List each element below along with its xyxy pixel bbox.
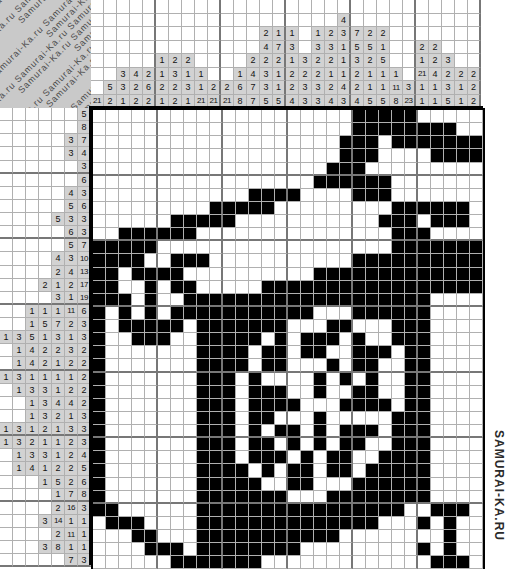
board-cell-filled[interactable] bbox=[392, 241, 405, 254]
board-cell-filled[interactable] bbox=[223, 412, 236, 425]
board-cell-filled[interactable] bbox=[262, 451, 275, 464]
board-cell-filled[interactable] bbox=[366, 268, 379, 281]
board-cell-filled[interactable] bbox=[457, 504, 470, 517]
board-cell-filled[interactable] bbox=[405, 386, 418, 399]
board-cell-empty[interactable] bbox=[210, 123, 223, 136]
board-cell-filled[interactable] bbox=[210, 386, 223, 399]
board-cell-empty[interactable] bbox=[223, 281, 236, 294]
board-cell-filled[interactable] bbox=[275, 504, 288, 517]
board-cell-filled[interactable] bbox=[171, 320, 184, 333]
board-cell-empty[interactable] bbox=[340, 202, 353, 215]
board-cell-empty[interactable] bbox=[405, 543, 418, 556]
board-cell-filled[interactable] bbox=[327, 294, 340, 307]
board-cell-empty[interactable] bbox=[171, 176, 184, 189]
board-cell-empty[interactable] bbox=[457, 530, 470, 543]
board-cell-filled[interactable] bbox=[93, 412, 106, 425]
board-cell-filled[interactable] bbox=[301, 294, 314, 307]
board-cell-empty[interactable] bbox=[366, 320, 379, 333]
board-cell-empty[interactable] bbox=[301, 268, 314, 281]
board-cell-filled[interactable] bbox=[171, 254, 184, 267]
board-cell-empty[interactable] bbox=[262, 136, 275, 149]
board-cell-empty[interactable] bbox=[106, 478, 119, 491]
board-cell-empty[interactable] bbox=[223, 189, 236, 202]
board-cell-empty[interactable] bbox=[171, 373, 184, 386]
board-cell-empty[interactable] bbox=[106, 333, 119, 346]
board-cell-filled[interactable] bbox=[197, 333, 210, 346]
board-cell-empty[interactable] bbox=[236, 241, 249, 254]
board-cell-empty[interactable] bbox=[106, 530, 119, 543]
board-cell-empty[interactable] bbox=[327, 307, 340, 320]
board-cell-filled[interactable] bbox=[275, 320, 288, 333]
board-cell-empty[interactable] bbox=[197, 110, 210, 123]
board-cell-empty[interactable] bbox=[340, 412, 353, 425]
board-cell-filled[interactable] bbox=[93, 268, 106, 281]
board-cell-filled[interactable] bbox=[223, 307, 236, 320]
board-cell-empty[interactable] bbox=[301, 163, 314, 176]
board-cell-empty[interactable] bbox=[431, 425, 444, 438]
board-cell-empty[interactable] bbox=[327, 228, 340, 241]
board-cell-empty[interactable] bbox=[119, 110, 132, 123]
board-cell-filled[interactable] bbox=[210, 215, 223, 228]
board-cell-filled[interactable] bbox=[366, 386, 379, 399]
board-cell-empty[interactable] bbox=[93, 556, 106, 569]
board-cell-empty[interactable] bbox=[444, 478, 457, 491]
board-cell-empty[interactable] bbox=[158, 399, 171, 412]
board-cell-empty[interactable] bbox=[197, 136, 210, 149]
board-cell-empty[interactable] bbox=[457, 333, 470, 346]
board-cell-filled[interactable] bbox=[210, 530, 223, 543]
board-cell-empty[interactable] bbox=[119, 543, 132, 556]
board-cell-filled[interactable] bbox=[236, 333, 249, 346]
board-cell-empty[interactable] bbox=[275, 176, 288, 189]
board-cell-filled[interactable] bbox=[132, 530, 145, 543]
board-cell-empty[interactable] bbox=[301, 202, 314, 215]
board-cell-empty[interactable] bbox=[327, 438, 340, 451]
board-cell-filled[interactable] bbox=[249, 189, 262, 202]
board-cell-filled[interactable] bbox=[249, 294, 262, 307]
board-cell-filled[interactable] bbox=[93, 373, 106, 386]
board-cell-filled[interactable] bbox=[353, 189, 366, 202]
board-cell-empty[interactable] bbox=[340, 307, 353, 320]
board-cell-empty[interactable] bbox=[132, 359, 145, 372]
board-cell-filled[interactable] bbox=[93, 399, 106, 412]
board-cell-empty[interactable] bbox=[457, 228, 470, 241]
board-cell-empty[interactable] bbox=[158, 478, 171, 491]
board-cell-filled[interactable] bbox=[171, 228, 184, 241]
board-cell-filled[interactable] bbox=[119, 320, 132, 333]
board-cell-empty[interactable] bbox=[275, 268, 288, 281]
board-cell-filled[interactable] bbox=[418, 478, 431, 491]
board-cell-filled[interactable] bbox=[197, 438, 210, 451]
board-cell-filled[interactable] bbox=[210, 307, 223, 320]
board-cell-empty[interactable] bbox=[236, 189, 249, 202]
board-cell-empty[interactable] bbox=[184, 478, 197, 491]
board-cell-empty[interactable] bbox=[223, 268, 236, 281]
board-cell-empty[interactable] bbox=[145, 373, 158, 386]
board-cell-filled[interactable] bbox=[340, 176, 353, 189]
board-cell-empty[interactable] bbox=[405, 163, 418, 176]
board-cell-filled[interactable] bbox=[249, 543, 262, 556]
board-cell-empty[interactable] bbox=[470, 294, 483, 307]
board-cell-filled[interactable] bbox=[327, 268, 340, 281]
board-cell-filled[interactable] bbox=[301, 504, 314, 517]
board-cell-filled[interactable] bbox=[314, 386, 327, 399]
board-cell-empty[interactable] bbox=[184, 110, 197, 123]
board-cell-empty[interactable] bbox=[288, 373, 301, 386]
board-cell-empty[interactable] bbox=[197, 163, 210, 176]
board-cell-filled[interactable] bbox=[249, 478, 262, 491]
board-cell-empty[interactable] bbox=[405, 504, 418, 517]
board-cell-empty[interactable] bbox=[106, 228, 119, 241]
board-cell-empty[interactable] bbox=[236, 215, 249, 228]
board-cell-empty[interactable] bbox=[93, 110, 106, 123]
board-cell-empty[interactable] bbox=[158, 451, 171, 464]
board-cell-empty[interactable] bbox=[171, 136, 184, 149]
board-cell-filled[interactable] bbox=[262, 438, 275, 451]
board-cell-empty[interactable] bbox=[184, 333, 197, 346]
board-cell-empty[interactable] bbox=[366, 543, 379, 556]
board-cell-empty[interactable] bbox=[288, 412, 301, 425]
board-cell-empty[interactable] bbox=[353, 412, 366, 425]
board-cell-empty[interactable] bbox=[314, 491, 327, 504]
board-cell-empty[interactable] bbox=[93, 543, 106, 556]
board-cell-filled[interactable] bbox=[197, 399, 210, 412]
board-cell-filled[interactable] bbox=[418, 123, 431, 136]
board-cell-filled[interactable] bbox=[262, 399, 275, 412]
board-cell-filled[interactable] bbox=[275, 451, 288, 464]
board-cell-filled[interactable] bbox=[405, 451, 418, 464]
board-cell-empty[interactable] bbox=[470, 386, 483, 399]
board-cell-filled[interactable] bbox=[405, 123, 418, 136]
board-cell-filled[interactable] bbox=[210, 504, 223, 517]
board-cell-empty[interactable] bbox=[184, 464, 197, 477]
board-cell-filled[interactable] bbox=[366, 464, 379, 477]
board-cell-empty[interactable] bbox=[288, 346, 301, 359]
board-cell-empty[interactable] bbox=[470, 373, 483, 386]
board-cell-empty[interactable] bbox=[314, 399, 327, 412]
board-cell-filled[interactable] bbox=[392, 333, 405, 346]
board-cell-filled[interactable] bbox=[392, 438, 405, 451]
board-cell-empty[interactable] bbox=[327, 189, 340, 202]
board-cell-empty[interactable] bbox=[366, 202, 379, 215]
board-cell-filled[interactable] bbox=[340, 517, 353, 530]
board-cell-filled[interactable] bbox=[418, 136, 431, 149]
board-cell-filled[interactable] bbox=[340, 464, 353, 477]
board-cell-empty[interactable] bbox=[223, 136, 236, 149]
board-cell-filled[interactable] bbox=[457, 281, 470, 294]
board-cell-empty[interactable] bbox=[340, 556, 353, 569]
board-cell-filled[interactable] bbox=[366, 254, 379, 267]
board-cell-filled[interactable] bbox=[418, 373, 431, 386]
board-cell-empty[interactable] bbox=[262, 425, 275, 438]
board-cell-filled[interactable] bbox=[197, 504, 210, 517]
board-cell-empty[interactable] bbox=[210, 281, 223, 294]
board-cell-empty[interactable] bbox=[262, 176, 275, 189]
board-cell-empty[interactable] bbox=[288, 123, 301, 136]
board-cell-filled[interactable] bbox=[249, 556, 262, 569]
board-cell-filled[interactable] bbox=[262, 281, 275, 294]
board-cell-empty[interactable] bbox=[444, 386, 457, 399]
board-cell-filled[interactable] bbox=[353, 136, 366, 149]
board-cell-empty[interactable] bbox=[275, 163, 288, 176]
board-cell-filled[interactable] bbox=[353, 425, 366, 438]
board-cell-filled[interactable] bbox=[93, 320, 106, 333]
board-cell-empty[interactable] bbox=[236, 110, 249, 123]
board-cell-filled[interactable] bbox=[405, 373, 418, 386]
board-cell-filled[interactable] bbox=[444, 268, 457, 281]
board-cell-empty[interactable] bbox=[171, 451, 184, 464]
board-cell-filled[interactable] bbox=[405, 215, 418, 228]
board-cell-filled[interactable] bbox=[392, 136, 405, 149]
board-cell-empty[interactable] bbox=[145, 412, 158, 425]
board-cell-empty[interactable] bbox=[119, 412, 132, 425]
board-cell-empty[interactable] bbox=[288, 215, 301, 228]
board-cell-filled[interactable] bbox=[236, 359, 249, 372]
board-cell-empty[interactable] bbox=[288, 386, 301, 399]
board-cell-filled[interactable] bbox=[444, 517, 457, 530]
board-cell-filled[interactable] bbox=[223, 425, 236, 438]
board-cell-empty[interactable] bbox=[314, 478, 327, 491]
board-cell-empty[interactable] bbox=[197, 176, 210, 189]
board-cell-filled[interactable] bbox=[405, 478, 418, 491]
board-cell-filled[interactable] bbox=[210, 399, 223, 412]
board-cell-empty[interactable] bbox=[119, 530, 132, 543]
board-cell-empty[interactable] bbox=[106, 425, 119, 438]
board-cell-filled[interactable] bbox=[340, 149, 353, 162]
board-cell-empty[interactable] bbox=[379, 333, 392, 346]
board-cell-empty[interactable] bbox=[236, 136, 249, 149]
board-cell-empty[interactable] bbox=[379, 373, 392, 386]
board-cell-filled[interactable] bbox=[236, 543, 249, 556]
board-cell-filled[interactable] bbox=[197, 346, 210, 359]
board-cell-empty[interactable] bbox=[93, 149, 106, 162]
board-cell-filled[interactable] bbox=[119, 254, 132, 267]
board-cell-empty[interactable] bbox=[457, 307, 470, 320]
board-cell-filled[interactable] bbox=[197, 294, 210, 307]
board-cell-empty[interactable] bbox=[210, 268, 223, 281]
board-cell-empty[interactable] bbox=[366, 530, 379, 543]
board-cell-filled[interactable] bbox=[197, 307, 210, 320]
board-cell-filled[interactable] bbox=[275, 543, 288, 556]
board-cell-filled[interactable] bbox=[184, 281, 197, 294]
board-cell-filled[interactable] bbox=[444, 241, 457, 254]
board-cell-filled[interactable] bbox=[314, 281, 327, 294]
board-cell-filled[interactable] bbox=[353, 123, 366, 136]
board-cell-filled[interactable] bbox=[418, 241, 431, 254]
board-cell-empty[interactable] bbox=[158, 530, 171, 543]
board-cell-empty[interactable] bbox=[470, 333, 483, 346]
board-cell-filled[interactable] bbox=[288, 478, 301, 491]
board-cell-empty[interactable] bbox=[470, 464, 483, 477]
board-cell-empty[interactable] bbox=[145, 176, 158, 189]
board-cell-empty[interactable] bbox=[184, 491, 197, 504]
board-cell-empty[interactable] bbox=[236, 412, 249, 425]
board-cell-filled[interactable] bbox=[236, 517, 249, 530]
board-cell-filled[interactable] bbox=[288, 399, 301, 412]
board-cell-filled[interactable] bbox=[327, 333, 340, 346]
board-cell-filled[interactable] bbox=[340, 136, 353, 149]
board-cell-empty[interactable] bbox=[236, 451, 249, 464]
board-cell-empty[interactable] bbox=[223, 241, 236, 254]
board-cell-empty[interactable] bbox=[132, 438, 145, 451]
board-cell-filled[interactable] bbox=[444, 556, 457, 569]
board-cell-empty[interactable] bbox=[119, 386, 132, 399]
board-cell-filled[interactable] bbox=[249, 491, 262, 504]
board-cell-filled[interactable] bbox=[106, 504, 119, 517]
board-cell-filled[interactable] bbox=[197, 517, 210, 530]
board-cell-empty[interactable] bbox=[236, 176, 249, 189]
board-cell-filled[interactable] bbox=[418, 228, 431, 241]
board-cell-empty[interactable] bbox=[132, 149, 145, 162]
board-cell-empty[interactable] bbox=[418, 176, 431, 189]
board-cell-empty[interactable] bbox=[106, 359, 119, 372]
board-cell-empty[interactable] bbox=[470, 543, 483, 556]
board-cell-filled[interactable] bbox=[392, 254, 405, 267]
board-cell-filled[interactable] bbox=[262, 543, 275, 556]
board-cell-empty[interactable] bbox=[418, 149, 431, 162]
board-cell-filled[interactable] bbox=[223, 504, 236, 517]
board-cell-empty[interactable] bbox=[444, 346, 457, 359]
board-cell-filled[interactable] bbox=[132, 333, 145, 346]
board-cell-filled[interactable] bbox=[184, 254, 197, 267]
board-cell-empty[interactable] bbox=[184, 412, 197, 425]
board-cell-empty[interactable] bbox=[444, 412, 457, 425]
board-cell-filled[interactable] bbox=[340, 320, 353, 333]
board-cell-empty[interactable] bbox=[249, 346, 262, 359]
board-cell-filled[interactable] bbox=[223, 438, 236, 451]
board-cell-empty[interactable] bbox=[145, 163, 158, 176]
board-cell-filled[interactable] bbox=[197, 386, 210, 399]
board-cell-filled[interactable] bbox=[106, 294, 119, 307]
board-cell-filled[interactable] bbox=[236, 478, 249, 491]
board-cell-filled[interactable] bbox=[145, 241, 158, 254]
board-cell-empty[interactable] bbox=[171, 123, 184, 136]
board-cell-empty[interactable] bbox=[171, 464, 184, 477]
board-cell-empty[interactable] bbox=[444, 189, 457, 202]
board-cell-filled[interactable] bbox=[327, 163, 340, 176]
board-cell-filled[interactable] bbox=[301, 307, 314, 320]
board-cell-empty[interactable] bbox=[379, 517, 392, 530]
board-cell-filled[interactable] bbox=[418, 399, 431, 412]
board-cell-empty[interactable] bbox=[132, 215, 145, 228]
board-cell-filled[interactable] bbox=[275, 425, 288, 438]
board-cell-filled[interactable] bbox=[353, 281, 366, 294]
board-cell-empty[interactable] bbox=[366, 163, 379, 176]
board-cell-empty[interactable] bbox=[366, 228, 379, 241]
board-cell-empty[interactable] bbox=[470, 215, 483, 228]
board-cell-empty[interactable] bbox=[171, 202, 184, 215]
board-cell-filled[interactable] bbox=[132, 241, 145, 254]
board-cell-empty[interactable] bbox=[158, 464, 171, 477]
board-cell-filled[interactable] bbox=[431, 202, 444, 215]
board-cell-empty[interactable] bbox=[470, 123, 483, 136]
board-cell-empty[interactable] bbox=[314, 543, 327, 556]
board-cell-filled[interactable] bbox=[262, 359, 275, 372]
board-cell-filled[interactable] bbox=[158, 228, 171, 241]
board-cell-empty[interactable] bbox=[106, 163, 119, 176]
board-cell-filled[interactable] bbox=[236, 464, 249, 477]
board-cell-empty[interactable] bbox=[392, 556, 405, 569]
board-cell-filled[interactable] bbox=[262, 386, 275, 399]
board-cell-empty[interactable] bbox=[444, 359, 457, 372]
board-cell-filled[interactable] bbox=[210, 346, 223, 359]
board-cell-empty[interactable] bbox=[184, 425, 197, 438]
board-cell-filled[interactable] bbox=[223, 464, 236, 477]
board-cell-empty[interactable] bbox=[379, 163, 392, 176]
board-cell-empty[interactable] bbox=[184, 451, 197, 464]
board-cell-filled[interactable] bbox=[171, 215, 184, 228]
board-cell-filled[interactable] bbox=[340, 425, 353, 438]
board-cell-empty[interactable] bbox=[145, 464, 158, 477]
board-cell-empty[interactable] bbox=[301, 399, 314, 412]
board-cell-empty[interactable] bbox=[197, 202, 210, 215]
board-cell-filled[interactable] bbox=[392, 268, 405, 281]
board-cell-empty[interactable] bbox=[288, 202, 301, 215]
board-cell-empty[interactable] bbox=[119, 373, 132, 386]
board-cell-empty[interactable] bbox=[145, 189, 158, 202]
board-cell-empty[interactable] bbox=[262, 254, 275, 267]
board-cell-empty[interactable] bbox=[106, 438, 119, 451]
board-cell-empty[interactable] bbox=[184, 136, 197, 149]
board-cell-filled[interactable] bbox=[184, 556, 197, 569]
board-cell-empty[interactable] bbox=[431, 110, 444, 123]
board-cell-empty[interactable] bbox=[158, 163, 171, 176]
board-cell-filled[interactable] bbox=[470, 281, 483, 294]
board-cell-empty[interactable] bbox=[132, 163, 145, 176]
board-cell-empty[interactable] bbox=[236, 399, 249, 412]
board-cell-empty[interactable] bbox=[197, 123, 210, 136]
board-cell-empty[interactable] bbox=[314, 163, 327, 176]
board-cell-empty[interactable] bbox=[158, 438, 171, 451]
board-cell-filled[interactable] bbox=[444, 543, 457, 556]
board-cell-filled[interactable] bbox=[327, 281, 340, 294]
board-cell-filled[interactable] bbox=[418, 464, 431, 477]
board-cell-filled[interactable] bbox=[405, 228, 418, 241]
board-cell-empty[interactable] bbox=[275, 202, 288, 215]
board-cell-empty[interactable] bbox=[106, 556, 119, 569]
board-cell-filled[interactable] bbox=[210, 359, 223, 372]
board-cell-empty[interactable] bbox=[327, 202, 340, 215]
board-cell-filled[interactable] bbox=[431, 254, 444, 267]
board-cell-empty[interactable] bbox=[470, 517, 483, 530]
board-cell-filled[interactable] bbox=[340, 294, 353, 307]
board-cell-empty[interactable] bbox=[106, 307, 119, 320]
board-cell-filled[interactable] bbox=[93, 254, 106, 267]
board-cell-empty[interactable] bbox=[223, 110, 236, 123]
board-cell-empty[interactable] bbox=[249, 163, 262, 176]
board-cell-empty[interactable] bbox=[210, 163, 223, 176]
board-cell-empty[interactable] bbox=[444, 373, 457, 386]
board-cell-empty[interactable] bbox=[405, 556, 418, 569]
board-cell-empty[interactable] bbox=[119, 556, 132, 569]
board-cell-filled[interactable] bbox=[353, 517, 366, 530]
board-cell-empty[interactable] bbox=[106, 373, 119, 386]
board-cell-filled[interactable] bbox=[301, 530, 314, 543]
board-cell-filled[interactable] bbox=[93, 359, 106, 372]
board-cell-empty[interactable] bbox=[119, 202, 132, 215]
board-cell-filled[interactable] bbox=[353, 359, 366, 372]
board-cell-empty[interactable] bbox=[275, 556, 288, 569]
board-cell-empty[interactable] bbox=[145, 386, 158, 399]
board-cell-empty[interactable] bbox=[353, 530, 366, 543]
board-cell-empty[interactable] bbox=[171, 517, 184, 530]
board-cell-filled[interactable] bbox=[210, 451, 223, 464]
board-cell-filled[interactable] bbox=[457, 556, 470, 569]
board-cell-empty[interactable] bbox=[171, 399, 184, 412]
board-cell-filled[interactable] bbox=[249, 412, 262, 425]
board-cell-filled[interactable] bbox=[145, 294, 158, 307]
board-cell-filled[interactable] bbox=[249, 307, 262, 320]
